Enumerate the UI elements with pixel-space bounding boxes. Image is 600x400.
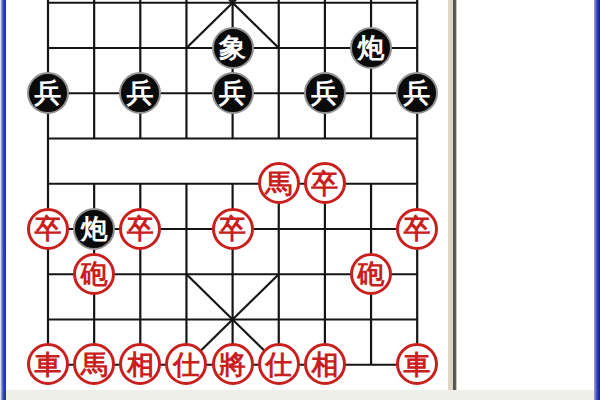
piece-black-soldier[interactable]: 兵 <box>119 72 161 114</box>
piece-red-chariot[interactable]: 車 <box>27 343 69 385</box>
piece-black-soldier[interactable]: 兵 <box>396 72 438 114</box>
piece-black-soldier[interactable]: 兵 <box>304 72 346 114</box>
piece-black-elephant[interactable]: 象 <box>212 27 254 69</box>
piece-red-horse[interactable]: 馬 <box>258 162 300 204</box>
right-panel <box>457 0 594 391</box>
piece-red-elephant[interactable]: 相 <box>304 343 346 385</box>
piece-red-advisor[interactable]: 仕 <box>165 343 207 385</box>
piece-red-soldier[interactable]: 卒 <box>27 208 69 250</box>
piece-red-soldier[interactable]: 卒 <box>396 208 438 250</box>
piece-black-cannon[interactable]: 炮 <box>73 208 115 250</box>
bottom-strip <box>6 390 594 400</box>
window-border-right <box>594 0 600 400</box>
piece-red-cannon[interactable]: 砲 <box>350 253 392 295</box>
piece-black-cannon[interactable]: 炮 <box>350 27 392 69</box>
piece-red-advisor[interactable]: 仕 <box>258 343 300 385</box>
xiangqi-board[interactable]: 象炮兵兵兵兵兵炮馬卒卒卒卒卒砲砲車馬相仕將仕相車 <box>6 0 448 390</box>
piece-red-soldier[interactable]: 卒 <box>212 208 254 250</box>
piece-red-soldier[interactable]: 卒 <box>304 162 346 204</box>
piece-black-soldier[interactable]: 兵 <box>27 72 69 114</box>
board-surface: 象炮兵兵兵兵兵炮馬卒卒卒卒卒砲砲車馬相仕將仕相車 <box>6 0 448 390</box>
piece-red-chariot[interactable]: 車 <box>396 343 438 385</box>
piece-red-cannon[interactable]: 砲 <box>73 253 115 295</box>
piece-red-elephant[interactable]: 相 <box>119 343 161 385</box>
piece-red-horse[interactable]: 馬 <box>73 343 115 385</box>
panel-divider <box>448 0 457 391</box>
piece-layer: 象炮兵兵兵兵兵炮馬卒卒卒卒卒砲砲車馬相仕將仕相車 <box>25 0 440 387</box>
piece-red-soldier[interactable]: 卒 <box>119 208 161 250</box>
piece-red-general[interactable]: 將 <box>212 343 254 385</box>
piece-black-soldier[interactable]: 兵 <box>212 72 254 114</box>
